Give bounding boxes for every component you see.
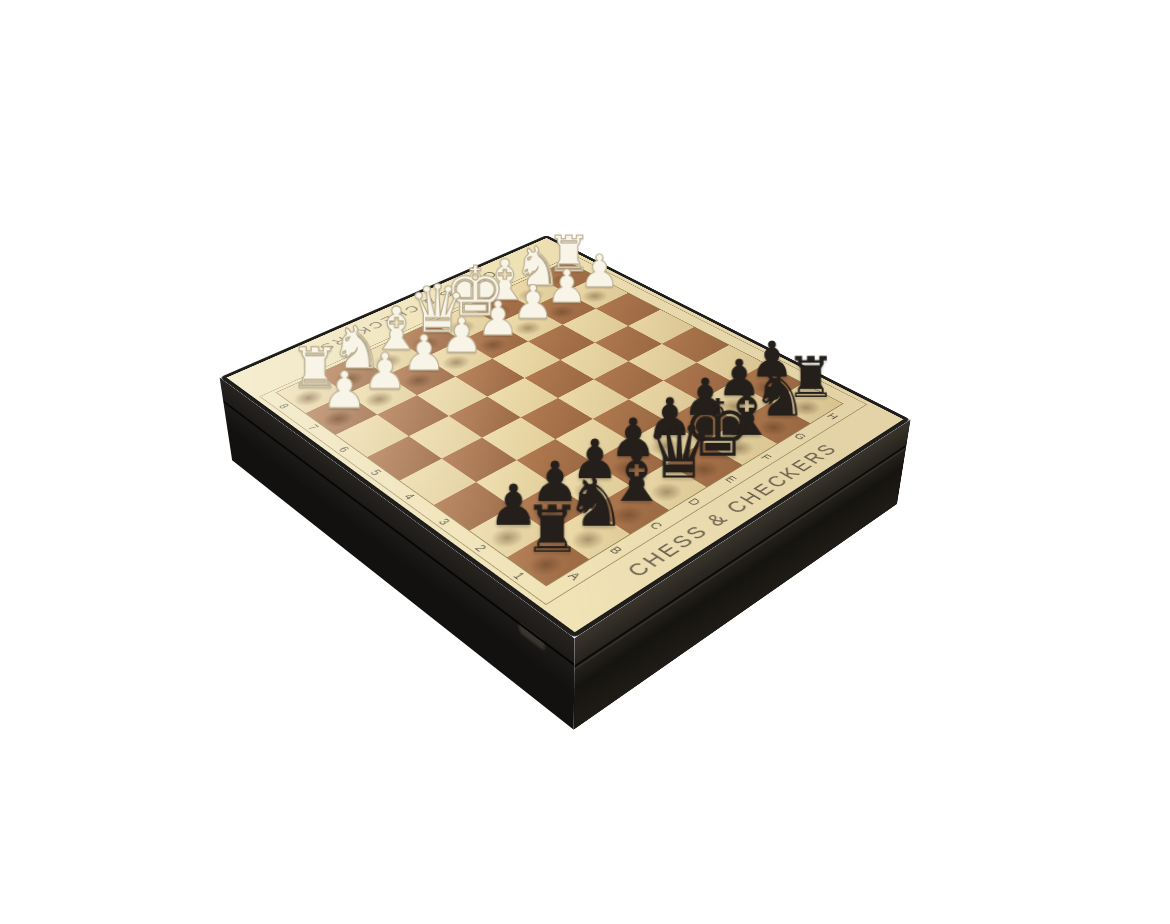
pawn-glyph: ♟: [319, 367, 370, 415]
product-photo: ABCDEFGH 87654321 CHESS & CHECKERS CHESS…: [0, 0, 1170, 924]
drawer-pull-notch: [517, 619, 546, 654]
rook-glyph: ♜: [523, 498, 581, 560]
chess-box: ABCDEFGH 87654321 CHESS & CHECKERS CHESS…: [220, 235, 911, 638]
